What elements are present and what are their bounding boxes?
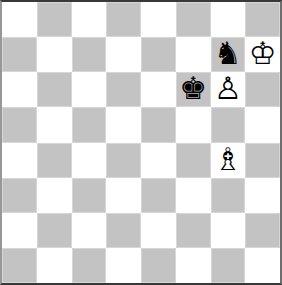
square-c3[interactable]: [72, 178, 107, 213]
square-h6[interactable]: [245, 72, 280, 107]
chess-diagram: ♞♔♚♙♗: [0, 0, 282, 285]
square-g2[interactable]: [211, 213, 246, 248]
square-e6[interactable]: [141, 72, 176, 107]
square-f5[interactable]: [176, 107, 211, 142]
square-d2[interactable]: [106, 213, 141, 248]
square-g4[interactable]: ♗: [211, 143, 246, 178]
square-h4[interactable]: [245, 143, 280, 178]
square-g8[interactable]: [211, 2, 246, 37]
square-a8[interactable]: [2, 2, 37, 37]
square-e1[interactable]: [141, 248, 176, 283]
square-c6[interactable]: [72, 72, 107, 107]
square-e4[interactable]: [141, 143, 176, 178]
square-f6[interactable]: ♚: [176, 72, 211, 107]
square-e7[interactable]: [141, 37, 176, 72]
square-g7[interactable]: ♞: [211, 37, 246, 72]
square-b7[interactable]: [37, 37, 72, 72]
square-b3[interactable]: [37, 178, 72, 213]
square-a4[interactable]: [2, 143, 37, 178]
square-b4[interactable]: [37, 143, 72, 178]
square-d8[interactable]: [106, 2, 141, 37]
square-g3[interactable]: [211, 178, 246, 213]
square-a1[interactable]: [2, 248, 37, 283]
square-d4[interactable]: [106, 143, 141, 178]
square-b5[interactable]: [37, 107, 72, 142]
square-d5[interactable]: [106, 107, 141, 142]
square-f4[interactable]: [176, 143, 211, 178]
square-e2[interactable]: [141, 213, 176, 248]
square-c7[interactable]: [72, 37, 107, 72]
square-b1[interactable]: [37, 248, 72, 283]
square-g1[interactable]: [211, 248, 246, 283]
square-a7[interactable]: [2, 37, 37, 72]
square-g6[interactable]: ♙: [211, 72, 246, 107]
square-c4[interactable]: [72, 143, 107, 178]
square-f8[interactable]: [176, 2, 211, 37]
square-b2[interactable]: [37, 213, 72, 248]
square-a6[interactable]: [2, 72, 37, 107]
square-b8[interactable]: [37, 2, 72, 37]
chess-board: ♞♔♚♙♗: [0, 0, 282, 285]
square-c5[interactable]: [72, 107, 107, 142]
square-h1[interactable]: [245, 248, 280, 283]
square-d7[interactable]: [106, 37, 141, 72]
square-f1[interactable]: [176, 248, 211, 283]
square-d6[interactable]: [106, 72, 141, 107]
white-king: ♔: [249, 38, 277, 69]
square-f3[interactable]: [176, 178, 211, 213]
black-king: ♚: [179, 73, 207, 104]
square-a2[interactable]: [2, 213, 37, 248]
square-d1[interactable]: [106, 248, 141, 283]
square-c1[interactable]: [72, 248, 107, 283]
square-h5[interactable]: [245, 107, 280, 142]
square-e8[interactable]: [141, 2, 176, 37]
square-a5[interactable]: [2, 107, 37, 142]
square-c8[interactable]: [72, 2, 107, 37]
square-h8[interactable]: [245, 2, 280, 37]
square-c2[interactable]: [72, 213, 107, 248]
square-a3[interactable]: [2, 178, 37, 213]
square-e3[interactable]: [141, 178, 176, 213]
square-e5[interactable]: [141, 107, 176, 142]
square-h3[interactable]: [245, 178, 280, 213]
square-h7[interactable]: ♔: [245, 37, 280, 72]
square-f7[interactable]: [176, 37, 211, 72]
black-knight: ♞: [214, 38, 242, 69]
square-g5[interactable]: [211, 107, 246, 142]
square-d3[interactable]: [106, 178, 141, 213]
white-bishop: ♗: [214, 144, 242, 175]
square-b6[interactable]: [37, 72, 72, 107]
square-f2[interactable]: [176, 213, 211, 248]
white-pawn: ♙: [214, 73, 242, 104]
square-h2[interactable]: [245, 213, 280, 248]
